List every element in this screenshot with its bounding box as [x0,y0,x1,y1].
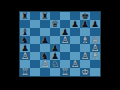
square-h1[interactable] [90,68,100,76]
square-g8[interactable]: ♚ [80,12,90,20]
square-d5[interactable] [50,36,60,44]
square-g1[interactable]: ♔ [80,68,90,76]
square-f3[interactable] [70,52,80,60]
black-knight-a5: ♞ [21,36,29,44]
black-pawn-c5: ♟ [41,36,49,44]
square-h4[interactable]: ♙ [90,44,100,52]
square-a5[interactable]: ♞ [20,36,30,44]
square-d1[interactable] [50,68,60,76]
square-a6[interactable]: ♝ [20,28,30,36]
square-e5[interactable]: ♙ [60,36,70,44]
square-f1[interactable] [70,68,80,76]
chess-board: ♜♜♚♛♟♟♟♝♟♞♟♙♗♕♟♟♙♙♞♟♙♗♙♘♙♖♖♔ [20,12,100,76]
black-rook-c8: ♜ [41,12,49,20]
square-a8[interactable]: ♜ [20,12,30,20]
square-h2[interactable] [90,60,100,68]
square-a2[interactable] [20,60,30,68]
black-queen-d7: ♛ [51,20,59,28]
white-bishop-h3: ♗ [91,52,99,60]
square-f6[interactable] [70,28,80,36]
square-e6[interactable]: ♟ [60,28,70,36]
white-pawn-e5: ♙ [61,36,69,44]
white-pawn-a3: ♙ [21,52,29,60]
square-e7[interactable] [60,20,70,28]
square-g4[interactable] [80,44,90,52]
square-f8[interactable] [70,12,80,20]
square-c3[interactable]: ♞ [40,52,50,60]
black-knight-c3: ♞ [41,52,49,60]
square-g3[interactable]: ♙ [80,52,90,60]
square-h5[interactable]: ♕ [90,36,100,44]
square-a7[interactable] [20,20,30,28]
video-frame: ♜♜♚♛♟♟♟♝♟♞♟♙♗♕♟♟♙♙♞♟♙♗♙♘♙♖♖♔ [0,0,120,90]
square-b5[interactable] [30,36,40,44]
square-e8[interactable] [60,12,70,20]
square-d3[interactable]: ♟ [50,52,60,60]
square-d4[interactable]: ♟ [50,44,60,52]
square-g7[interactable]: ♟ [80,20,90,28]
square-c8[interactable]: ♜ [40,12,50,20]
square-a4[interactable]: ♟ [20,44,30,52]
square-g2[interactable] [80,60,90,68]
square-e1[interactable]: ♖ [60,68,70,76]
square-f2[interactable]: ♙ [70,60,80,68]
square-e3[interactable] [60,52,70,60]
white-king-g1: ♔ [81,68,89,76]
square-d7[interactable]: ♛ [50,20,60,28]
square-a1[interactable]: ♖ [20,68,30,76]
black-pawn-d3: ♟ [51,52,59,60]
square-f5[interactable] [70,36,80,44]
black-rook-a8: ♜ [21,12,29,20]
square-d2[interactable]: ♘ [50,60,60,68]
square-c6[interactable] [40,28,50,36]
square-b3[interactable] [30,52,40,60]
square-f7[interactable]: ♟ [70,20,80,28]
square-b4[interactable] [30,44,40,52]
square-b1[interactable] [30,68,40,76]
white-knight-d2: ♘ [51,60,59,68]
square-e4[interactable] [60,44,70,52]
square-c7[interactable] [40,20,50,28]
black-pawn-g7: ♟ [81,20,89,28]
white-queen-h5: ♕ [91,36,99,44]
white-rook-a1: ♖ [21,68,29,76]
square-a3[interactable]: ♙ [20,52,30,60]
black-bishop-a6: ♝ [21,28,29,36]
square-c5[interactable]: ♟ [40,36,50,44]
white-rook-e1: ♖ [61,68,69,76]
black-king-g8: ♚ [81,12,89,20]
square-h6[interactable] [90,28,100,36]
square-h3[interactable]: ♗ [90,52,100,60]
white-pawn-f2: ♙ [71,60,79,68]
square-e2[interactable] [60,60,70,68]
square-c4[interactable] [40,44,50,52]
square-c1[interactable] [40,68,50,76]
square-b2[interactable] [30,60,40,68]
white-pawn-g3: ♙ [81,52,89,60]
square-h7[interactable]: ♟ [90,20,100,28]
square-h8[interactable] [90,12,100,20]
square-b8[interactable] [30,12,40,20]
white-pawn-h4: ♙ [91,44,99,52]
black-pawn-e6: ♟ [61,28,69,36]
square-c2[interactable]: ♙ [40,60,50,68]
black-pawn-h7: ♟ [91,20,99,28]
black-pawn-d4: ♟ [51,44,59,52]
square-b6[interactable] [30,28,40,36]
white-bishop-g5: ♗ [81,36,89,44]
black-pawn-a4: ♟ [21,44,29,52]
square-f4[interactable] [70,44,80,52]
square-g5[interactable]: ♗ [80,36,90,44]
square-d6[interactable] [50,28,60,36]
square-d8[interactable] [50,12,60,20]
white-pawn-c2: ♙ [41,60,49,68]
black-pawn-f7: ♟ [71,20,79,28]
square-b7[interactable] [30,20,40,28]
square-g6[interactable] [80,28,90,36]
